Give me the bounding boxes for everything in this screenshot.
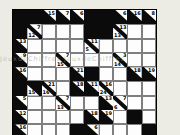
clue-cell-r4c8: 18 xyxy=(127,67,141,81)
answer-cell-r8c7[interactable] xyxy=(113,124,127,135)
answer-cell-r3c1[interactable] xyxy=(27,53,41,67)
answer-cell-r7c9[interactable] xyxy=(142,110,156,124)
clue-cell-r1c7: 1313 xyxy=(113,24,127,38)
clue-cell-r4c0: 16 xyxy=(13,67,27,81)
clue-number: 18 xyxy=(134,68,141,73)
clue-cell-r0c3: 7 xyxy=(56,10,70,24)
clue-number: 7 xyxy=(123,96,126,101)
clue-number: 16 xyxy=(134,11,141,16)
clue-pennant-bottom: 15 xyxy=(27,85,39,96)
clue-cell-r1c1: 712 xyxy=(27,24,41,38)
answer-cell-r1c4[interactable] xyxy=(70,24,84,38)
clue-cell-r0c4: 6 xyxy=(70,10,84,24)
clue-number: 13 xyxy=(119,25,126,30)
clue-pennant-top: 6 xyxy=(115,10,127,21)
clue-number: 21 xyxy=(48,82,55,87)
clue-number: 6 xyxy=(80,11,83,16)
black-cell-r4c5 xyxy=(84,67,98,81)
answer-cell-r1c9[interactable] xyxy=(142,24,156,38)
clue-number: 6 xyxy=(114,105,117,110)
clue-number: 9 xyxy=(23,53,26,58)
clue-number: 8 xyxy=(151,11,154,16)
answer-cell-r2c7[interactable] xyxy=(113,39,127,53)
clue-pennant-top: 5 xyxy=(15,96,27,107)
answer-cell-r5c3[interactable] xyxy=(56,81,70,95)
clue-number: 18 xyxy=(91,111,98,116)
answer-cell-r2c8[interactable] xyxy=(127,39,141,53)
clue-number: 11 xyxy=(91,39,98,44)
answer-cell-r3c9[interactable] xyxy=(142,53,156,67)
clue-cell-r6c3: 713 xyxy=(56,96,70,110)
clue-cell-r5c2: 2116 xyxy=(42,81,56,95)
clue-number: 16 xyxy=(105,82,112,87)
clue-number: 7 xyxy=(37,25,40,30)
clue-cell-r8c5: 6 xyxy=(84,124,98,135)
clue-cell-r6c6: 13 xyxy=(99,96,113,110)
answer-cell-r7c4[interactable] xyxy=(70,110,84,124)
black-cell-r1c0 xyxy=(13,24,27,38)
answer-cell-r1c3[interactable] xyxy=(56,24,70,38)
clue-pennant-top: 6 xyxy=(72,10,84,21)
answer-cell-r7c1[interactable] xyxy=(27,110,41,124)
answer-cell-r8c2[interactable] xyxy=(42,124,56,135)
black-cell-r5c0 xyxy=(13,81,27,95)
answer-cell-r5c7[interactable] xyxy=(113,81,127,95)
clue-number: 15 xyxy=(57,62,64,67)
answer-cell-r7c3[interactable] xyxy=(56,110,70,124)
kakuro-board: 1576616871213131311597153141621181915211… xyxy=(12,9,157,135)
clue-cell-r4c9: 19 xyxy=(142,67,156,81)
answer-cell-r2c9[interactable] xyxy=(142,39,156,53)
black-cell-r1c5 xyxy=(84,24,98,38)
clue-cell-r4c4: 21 xyxy=(70,67,84,81)
clue-number: 16 xyxy=(19,125,26,130)
clue-cell-r7c0: 12 xyxy=(13,110,27,124)
clue-number: 6 xyxy=(123,11,126,16)
answer-cell-r8c6[interactable] xyxy=(99,124,113,135)
answer-cell-r2c6[interactable] xyxy=(99,39,113,53)
clue-number: 11 xyxy=(91,82,98,87)
clue-cell-r3c3: 715 xyxy=(56,53,70,67)
clue-pennant-top: 18 xyxy=(87,110,99,121)
clue-cell-r8c0: 16 xyxy=(13,124,27,135)
clue-cell-r6c0: 5 xyxy=(13,96,27,110)
clue-cell-r0c7: 6 xyxy=(113,10,127,24)
clue-pennant-top: 16 xyxy=(130,10,142,21)
clue-number: 13 xyxy=(19,39,26,44)
black-cell-r0c6 xyxy=(99,10,113,24)
black-cell-r7c8 xyxy=(127,110,141,124)
black-cell-r0c0 xyxy=(13,10,27,24)
clue-number: 24 xyxy=(100,90,107,95)
clue-pennant-top: 18 xyxy=(130,67,142,78)
clue-cell-r2c5: 115 xyxy=(84,39,98,53)
clue-number: 7 xyxy=(66,96,69,101)
clue-pennant-top: 7 xyxy=(58,10,70,21)
answer-cell-r7c7[interactable] xyxy=(113,110,127,124)
clue-cell-r5c6: 1624 xyxy=(99,81,113,95)
answer-cell-r7c2[interactable] xyxy=(42,110,56,124)
answer-cell-r6c2[interactable] xyxy=(42,96,56,110)
answer-cell-r6c9[interactable] xyxy=(142,96,156,110)
answer-cell-r4c3[interactable] xyxy=(56,67,70,81)
answer-cell-r4c2[interactable] xyxy=(42,67,56,81)
answer-cell-r8c1[interactable] xyxy=(27,124,41,135)
answer-cell-r3c8[interactable] xyxy=(127,53,141,67)
clue-cell-r7c5: 18 xyxy=(84,110,98,124)
clue-cell-r0c9: 8 xyxy=(142,10,156,24)
clue-number: 5 xyxy=(23,96,26,101)
answer-cell-r1c8[interactable] xyxy=(127,24,141,38)
black-cell-r8c9 xyxy=(142,124,156,135)
black-cell-r1c6 xyxy=(99,24,113,38)
clue-number: 14 xyxy=(114,62,121,67)
clue-number: 5 xyxy=(85,47,88,52)
answer-cell-r3c2[interactable] xyxy=(42,53,56,67)
clue-number: 12 xyxy=(28,33,35,38)
answer-cell-r2c2[interactable] xyxy=(42,39,56,53)
clue-pennant-top: 15 xyxy=(44,10,56,21)
clue-number: 6 xyxy=(94,125,97,130)
answer-cell-r6c1[interactable] xyxy=(27,96,41,110)
clue-pennant-top: 16 xyxy=(15,124,27,135)
answer-cell-r4c7[interactable] xyxy=(113,67,127,81)
black-cell-r0c1 xyxy=(27,10,41,24)
clue-cell-r5c1: 15 xyxy=(27,81,41,95)
answer-cell-r2c4[interactable] xyxy=(70,39,84,53)
clue-pennant-top: 18 xyxy=(72,81,84,92)
kakuro-screenshot: 1576616871213131311597153141621181915211… xyxy=(0,0,180,135)
answer-cell-r2c1[interactable] xyxy=(27,39,41,53)
clue-pennant-top: 13 xyxy=(101,96,113,107)
clue-number: 13 xyxy=(57,105,64,110)
clue-number: 7 xyxy=(66,11,69,16)
answer-cell-r6c8[interactable] xyxy=(127,96,141,110)
black-cell-r8c4 xyxy=(70,124,84,135)
clue-number: 16 xyxy=(19,68,26,73)
clue-number: 19 xyxy=(148,68,155,73)
clue-pennant-top: 16 xyxy=(15,67,27,78)
clue-number: 13 xyxy=(114,33,121,38)
clue-number: 21 xyxy=(77,68,84,73)
clue-pennant-top: 8 xyxy=(144,10,156,21)
answer-cell-r6c4[interactable] xyxy=(70,96,84,110)
clue-pennant-top: 13 xyxy=(15,39,27,50)
answer-cell-r1c2[interactable] xyxy=(42,24,56,38)
clue-number: 12 xyxy=(19,111,26,116)
clue-cell-r2c0: 13 xyxy=(13,39,27,53)
answer-cell-r3c6[interactable] xyxy=(99,53,113,67)
clue-number: 13 xyxy=(105,96,112,101)
clue-cell-r6c7: 76 xyxy=(113,96,127,110)
black-cell-r0c5 xyxy=(84,10,98,24)
clue-number: 3 xyxy=(123,53,126,58)
clue-cell-r0c8: 16 xyxy=(127,10,141,24)
clue-number: 15 xyxy=(48,11,55,16)
clue-number: 15 xyxy=(28,90,35,95)
answer-cell-r5c8[interactable] xyxy=(127,81,141,95)
answer-cell-r4c1[interactable] xyxy=(27,67,41,81)
answer-cell-r4c6[interactable] xyxy=(99,67,113,81)
clue-pennant-top: 19 xyxy=(144,67,156,78)
answer-cell-r3c4[interactable] xyxy=(70,53,84,67)
clue-number: 16 xyxy=(43,90,50,95)
clue-cell-r7c6: 19 xyxy=(99,110,113,124)
clue-cell-r0c2: 15 xyxy=(42,10,56,24)
clue-pennant-top: 11 xyxy=(87,81,99,92)
clue-pennant-top: 9 xyxy=(15,53,27,64)
answer-cell-r8c3[interactable] xyxy=(56,124,70,135)
answer-cell-r5c9[interactable] xyxy=(142,81,156,95)
clue-cell-r5c4: 18 xyxy=(70,81,84,95)
answer-cell-r8c8[interactable] xyxy=(127,124,141,135)
answer-cell-r6c5[interactable] xyxy=(84,96,98,110)
answer-cell-r3c5[interactable] xyxy=(84,53,98,67)
clue-pennant-top: 12 xyxy=(15,110,27,121)
clue-number: 7 xyxy=(66,53,69,58)
clue-pennant-top: 21 xyxy=(72,67,84,78)
answer-cell-r2c3[interactable] xyxy=(56,39,70,53)
clue-pennant-top: 6 xyxy=(87,124,99,135)
clue-cell-r3c0: 9 xyxy=(13,53,27,67)
clue-number: 19 xyxy=(105,111,112,116)
clue-pennant-top: 19 xyxy=(101,110,113,121)
clue-cell-r5c5: 11 xyxy=(84,81,98,95)
clue-cell-r3c7: 314 xyxy=(113,53,127,67)
clue-number: 18 xyxy=(77,82,84,87)
